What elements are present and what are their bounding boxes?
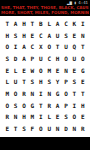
word-list-banner: SHE, THAT, THEY, THOSE, BLACK, CAUSE, WO… bbox=[0, 5, 90, 16]
grid-cell-r2c9[interactable]: E bbox=[70, 30, 78, 42]
grid-cell-r9c6[interactable]: L bbox=[45, 112, 53, 124]
grid-cell-r2c8[interactable]: S bbox=[62, 30, 70, 42]
grid-cell-r7c3[interactable]: R bbox=[20, 88, 28, 100]
grid-cell-r4c4[interactable]: P bbox=[28, 53, 36, 65]
puzzle-board: TAHTBLACKIHSHECAUSENOIACXOTUQTSDAPUCHOUO… bbox=[0, 16, 90, 137]
grid-cell-r2c7[interactable]: U bbox=[53, 30, 61, 42]
grid-cell-r2c5[interactable]: C bbox=[37, 30, 45, 42]
grid-cell-r9c8[interactable]: S bbox=[62, 112, 70, 124]
grid-cell-r5c3[interactable]: E bbox=[20, 65, 28, 77]
grid-cell-r4c5[interactable]: U bbox=[37, 53, 45, 65]
grid-cell-r10c8[interactable]: D bbox=[62, 123, 70, 135]
grid-cell-r4c9[interactable]: U bbox=[70, 53, 78, 65]
grid-cell-r3c7[interactable]: T bbox=[53, 41, 61, 53]
grid-cell-r1c1[interactable]: T bbox=[3, 18, 11, 30]
grid-cell-r8c7[interactable]: A bbox=[53, 100, 61, 112]
grid-cell-r9c5[interactable]: I bbox=[37, 112, 45, 124]
grid-cell-r4c10[interactable]: O bbox=[79, 53, 87, 65]
grid-cell-r10c4[interactable]: F bbox=[28, 123, 36, 135]
grid-cell-r2c1[interactable]: H bbox=[3, 30, 11, 42]
grid-cell-r7c7[interactable]: G bbox=[53, 88, 61, 100]
letter-grid[interactable]: TAHTBLACKIHSHECAUSENOIACXOTUQTSDAPUCHOUO… bbox=[3, 18, 87, 135]
grid-cell-r8c10[interactable]: H bbox=[79, 100, 87, 112]
word-search-app-screen: ▂▆ ▮ 4:41 SHE, THAT, THEY, THOSE, BLACK,… bbox=[0, 0, 90, 150]
grid-cell-r10c6[interactable]: U bbox=[45, 123, 53, 135]
grid-cell-r5c2[interactable]: L bbox=[11, 65, 19, 77]
grid-cell-r5c9[interactable]: E bbox=[70, 65, 78, 77]
grid-cell-r9c10[interactable]: E bbox=[79, 112, 87, 124]
word-list-line-1: SHE, THAT, THEY, THOSE, BLACK, CAUSE, WO… bbox=[1, 6, 89, 11]
grid-cell-r8c5[interactable]: T bbox=[37, 100, 45, 112]
grid-cell-r6c3[interactable]: T bbox=[20, 76, 28, 88]
grid-cell-r1c2[interactable]: A bbox=[11, 18, 19, 30]
grid-cell-r1c6[interactable]: L bbox=[45, 18, 53, 30]
grid-cell-r9c7[interactable]: E bbox=[53, 112, 61, 124]
grid-cell-r1c10[interactable]: I bbox=[79, 18, 87, 30]
grid-cell-r8c8[interactable]: P bbox=[62, 100, 70, 112]
bottom-bar bbox=[0, 137, 90, 150]
grid-cell-r4c1[interactable]: S bbox=[3, 53, 11, 65]
grid-cell-r8c6[interactable]: R bbox=[45, 100, 53, 112]
grid-cell-r3c8[interactable]: U bbox=[62, 41, 70, 53]
grid-cell-r3c6[interactable]: O bbox=[45, 41, 53, 53]
grid-cell-r3c10[interactable]: T bbox=[79, 41, 87, 53]
grid-cell-r5c1[interactable]: E bbox=[3, 65, 11, 77]
grid-cell-r7c1[interactable]: M bbox=[3, 88, 11, 100]
grid-cell-r1c8[interactable]: C bbox=[62, 18, 70, 30]
grid-cell-r3c1[interactable]: O bbox=[3, 41, 11, 53]
grid-cell-r9c4[interactable]: M bbox=[28, 112, 36, 124]
grid-cell-r7c2[interactable]: O bbox=[11, 88, 19, 100]
grid-cell-r6c5[interactable]: H bbox=[37, 76, 45, 88]
grid-cell-r10c2[interactable]: T bbox=[11, 123, 19, 135]
grid-cell-r10c3[interactable]: S bbox=[20, 123, 28, 135]
grid-cell-r10c10[interactable]: R bbox=[79, 123, 87, 135]
grid-cell-r9c9[interactable]: O bbox=[70, 112, 78, 124]
grid-cell-r6c8[interactable]: P bbox=[62, 76, 70, 88]
grid-cell-r7c9[interactable]: T bbox=[70, 88, 78, 100]
grid-cell-r8c4[interactable]: G bbox=[28, 100, 36, 112]
grid-cell-r1c4[interactable]: T bbox=[28, 18, 36, 30]
grid-cell-r7c6[interactable]: N bbox=[45, 88, 53, 100]
grid-cell-r9c1[interactable]: R bbox=[3, 112, 11, 124]
grid-cell-r1c5[interactable]: B bbox=[37, 18, 45, 30]
grid-cell-r9c2[interactable]: N bbox=[11, 112, 19, 124]
grid-cell-r4c2[interactable]: D bbox=[11, 53, 19, 65]
grid-cell-r3c4[interactable]: C bbox=[28, 41, 36, 53]
grid-cell-r8c9[interactable]: I bbox=[70, 100, 78, 112]
grid-cell-r1c3[interactable]: H bbox=[20, 18, 28, 30]
grid-cell-r10c7[interactable]: N bbox=[53, 123, 61, 135]
grid-cell-r2c6[interactable]: A bbox=[45, 30, 53, 42]
grid-cell-r4c7[interactable]: H bbox=[53, 53, 61, 65]
grid-cell-r1c7[interactable]: A bbox=[53, 18, 61, 30]
word-list-line-2: MORE, SHORT, MILES, FOUND, MORNING, QUES… bbox=[1, 11, 89, 16]
grid-cell-r4c6[interactable]: C bbox=[45, 53, 53, 65]
grid-cell-r3c2[interactable]: I bbox=[11, 41, 19, 53]
grid-cell-r5c7[interactable]: E bbox=[53, 65, 61, 77]
grid-cell-r2c4[interactable]: E bbox=[28, 30, 36, 42]
grid-cell-r5c4[interactable]: W bbox=[28, 65, 36, 77]
grid-cell-r8c2[interactable]: S bbox=[11, 100, 19, 112]
grid-cell-r10c5[interactable]: O bbox=[37, 123, 45, 135]
grid-cell-r2c3[interactable]: H bbox=[20, 30, 28, 42]
grid-cell-r6c9[interactable]: S bbox=[70, 76, 78, 88]
grid-cell-r6c7[interactable]: Y bbox=[53, 76, 61, 88]
grid-cell-r8c1[interactable]: O bbox=[3, 100, 11, 112]
grid-cell-r4c8[interactable]: O bbox=[62, 53, 70, 65]
grid-cell-r8c3[interactable]: O bbox=[20, 100, 28, 112]
grid-cell-r1c9[interactable]: K bbox=[70, 18, 78, 30]
grid-cell-r5c8[interactable]: N bbox=[62, 65, 70, 77]
grid-cell-r6c2[interactable]: U bbox=[11, 76, 19, 88]
grid-cell-r10c1[interactable]: E bbox=[3, 123, 11, 135]
grid-cell-r5c6[interactable]: M bbox=[45, 65, 53, 77]
grid-cell-r4c3[interactable]: A bbox=[20, 53, 28, 65]
grid-cell-r6c6[interactable]: S bbox=[45, 76, 53, 88]
grid-cell-r5c10[interactable]: G bbox=[79, 65, 87, 77]
grid-cell-r10c9[interactable]: N bbox=[70, 123, 78, 135]
grid-cell-r7c10[interactable]: T bbox=[79, 88, 87, 100]
grid-cell-r3c9[interactable]: Q bbox=[70, 41, 78, 53]
grid-cell-r6c4[interactable]: S bbox=[28, 76, 36, 88]
grid-cell-r2c2[interactable]: S bbox=[11, 30, 19, 42]
grid-cell-r6c10[interactable]: E bbox=[79, 76, 87, 88]
grid-cell-r2c10[interactable]: N bbox=[79, 30, 87, 42]
grid-cell-r3c5[interactable]: X bbox=[37, 41, 45, 53]
grid-cell-r7c4[interactable]: N bbox=[28, 88, 36, 100]
grid-cell-r3c3[interactable]: A bbox=[20, 41, 28, 53]
grid-cell-r6c1[interactable]: L bbox=[3, 76, 11, 88]
grid-cell-r7c8[interactable]: O bbox=[62, 88, 70, 100]
grid-cell-r9c3[interactable]: H bbox=[20, 112, 28, 124]
grid-cell-r5c5[interactable]: O bbox=[37, 65, 45, 77]
grid-cell-r7c5[interactable]: I bbox=[37, 88, 45, 100]
